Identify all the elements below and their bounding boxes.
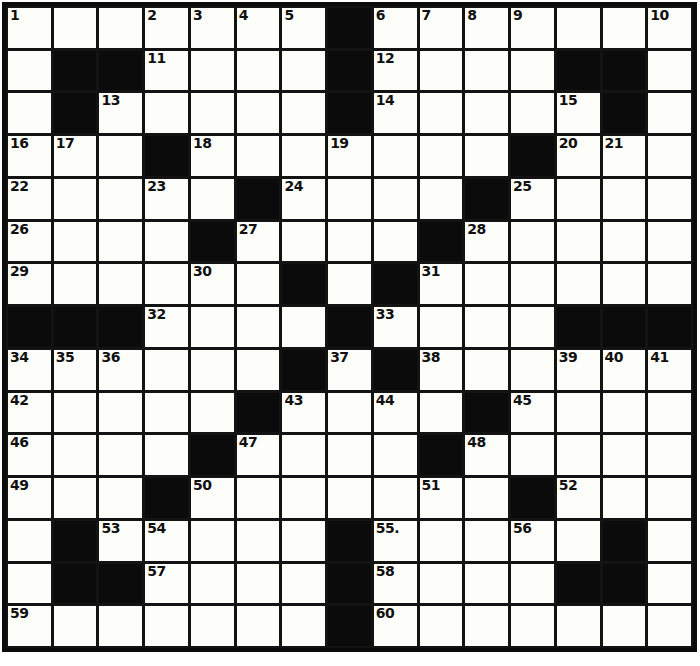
white-cell-r2c1[interactable] bbox=[8, 51, 51, 91]
white-cell-r12c15[interactable] bbox=[648, 478, 691, 518]
white-cell-r10c9[interactable]: 44 bbox=[374, 393, 417, 433]
white-cell-r3c12[interactable] bbox=[511, 93, 554, 133]
clue-number: 56 bbox=[513, 521, 531, 536]
white-cell-r3c3[interactable]: 13 bbox=[99, 93, 142, 133]
white-cell-r13c11[interactable] bbox=[465, 521, 508, 561]
black-cell-r14c14 bbox=[603, 564, 646, 604]
white-cell-r13c13[interactable] bbox=[557, 521, 600, 561]
white-cell-r8c6[interactable] bbox=[237, 307, 280, 347]
black-cell-r12c12 bbox=[511, 478, 554, 518]
white-cell-r10c3[interactable] bbox=[99, 393, 142, 433]
white-cell-r12c14[interactable] bbox=[603, 478, 646, 518]
white-cell-r3c7[interactable] bbox=[282, 93, 325, 133]
white-cell-r13c4[interactable]: 54 bbox=[145, 521, 188, 561]
white-cell-r11c7[interactable] bbox=[282, 435, 325, 475]
clue-number: 29 bbox=[10, 264, 28, 279]
black-cell-r8c2 bbox=[54, 307, 97, 347]
white-cell-r4c2[interactable]: 17 bbox=[54, 136, 97, 176]
white-cell-r12c11[interactable] bbox=[465, 478, 508, 518]
white-cell-r14c10[interactable] bbox=[420, 564, 463, 604]
white-cell-r6c2[interactable] bbox=[54, 222, 97, 262]
clue-number: 52 bbox=[559, 478, 577, 493]
white-cell-r5c12[interactable]: 25 bbox=[511, 179, 554, 219]
white-cell-r13c7[interactable] bbox=[282, 521, 325, 561]
white-cell-r6c13[interactable] bbox=[557, 222, 600, 262]
clue-number: 13 bbox=[101, 93, 119, 108]
white-cell-r7c6[interactable] bbox=[237, 264, 280, 304]
white-cell-r1c2[interactable] bbox=[54, 8, 97, 48]
white-cell-r13c3[interactable]: 53 bbox=[99, 521, 142, 561]
clue-number: 43 bbox=[284, 393, 302, 408]
black-cell-r4c12 bbox=[511, 136, 554, 176]
clue-number: 27 bbox=[239, 222, 257, 237]
white-cell-r9c12[interactable] bbox=[511, 350, 554, 390]
clue-number: 11 bbox=[147, 51, 165, 66]
white-cell-r6c11[interactable]: 28 bbox=[465, 222, 508, 262]
white-cell-r1c10[interactable]: 7 bbox=[420, 8, 463, 48]
crossword-board: 1234567891011121314151617181920212223242… bbox=[2, 2, 697, 652]
white-cell-r1c4[interactable]: 2 bbox=[145, 8, 188, 48]
white-cell-r15c5[interactable] bbox=[191, 606, 234, 646]
clue-number: 26 bbox=[10, 222, 28, 237]
clue-number: 33 bbox=[376, 307, 394, 322]
white-cell-r11c9[interactable] bbox=[374, 435, 417, 475]
clue-number: 31 bbox=[422, 264, 440, 279]
clue-number: 21 bbox=[605, 136, 623, 151]
white-cell-r5c4[interactable]: 23 bbox=[145, 179, 188, 219]
clue-number: 60 bbox=[376, 606, 394, 621]
black-cell-r9c9 bbox=[374, 350, 417, 390]
white-cell-r7c14[interactable] bbox=[603, 264, 646, 304]
white-cell-r6c8[interactable] bbox=[328, 222, 371, 262]
white-cell-r6c15[interactable] bbox=[648, 222, 691, 262]
white-cell-r11c14[interactable] bbox=[603, 435, 646, 475]
black-cell-r8c13 bbox=[557, 307, 600, 347]
white-cell-r10c13[interactable] bbox=[557, 393, 600, 433]
white-cell-r4c8[interactable]: 19 bbox=[328, 136, 371, 176]
white-cell-r1c15[interactable]: 10 bbox=[648, 8, 691, 48]
black-cell-r14c13 bbox=[557, 564, 600, 604]
white-cell-r7c8[interactable] bbox=[328, 264, 371, 304]
clue-number: 17 bbox=[56, 136, 74, 151]
white-cell-r7c10[interactable]: 31 bbox=[420, 264, 463, 304]
black-cell-r10c11 bbox=[465, 393, 508, 433]
white-cell-r5c8[interactable] bbox=[328, 179, 371, 219]
clue-number: 57 bbox=[147, 564, 165, 579]
white-cell-r12c7[interactable] bbox=[282, 478, 325, 518]
white-cell-r6c3[interactable] bbox=[99, 222, 142, 262]
clue-number: 50 bbox=[193, 478, 211, 493]
black-cell-r6c5 bbox=[191, 222, 234, 262]
white-cell-r14c7[interactable] bbox=[282, 564, 325, 604]
white-cell-r15c1[interactable]: 59 bbox=[8, 606, 51, 646]
white-cell-r5c14[interactable] bbox=[603, 179, 646, 219]
white-cell-r9c13[interactable]: 39 bbox=[557, 350, 600, 390]
white-cell-r10c14[interactable] bbox=[603, 393, 646, 433]
white-cell-r2c7[interactable] bbox=[282, 51, 325, 91]
white-cell-r9c6[interactable] bbox=[237, 350, 280, 390]
white-cell-r4c7[interactable] bbox=[282, 136, 325, 176]
black-cell-r3c14 bbox=[603, 93, 646, 133]
white-cell-r15c11[interactable] bbox=[465, 606, 508, 646]
clue-number: 7 bbox=[422, 8, 431, 23]
white-cell-r3c5[interactable] bbox=[191, 93, 234, 133]
white-cell-r8c7[interactable] bbox=[282, 307, 325, 347]
white-cell-r9c2[interactable]: 35 bbox=[54, 350, 97, 390]
white-cell-r13c10[interactable] bbox=[420, 521, 463, 561]
white-cell-r4c5[interactable]: 18 bbox=[191, 136, 234, 176]
white-cell-r12c2[interactable] bbox=[54, 478, 97, 518]
white-cell-r6c7[interactable] bbox=[282, 222, 325, 262]
white-cell-r7c5[interactable]: 30 bbox=[191, 264, 234, 304]
white-cell-r8c4[interactable]: 32 bbox=[145, 307, 188, 347]
white-cell-r11c4[interactable] bbox=[145, 435, 188, 475]
black-cell-r8c15 bbox=[648, 307, 691, 347]
white-cell-r11c11[interactable]: 48 bbox=[465, 435, 508, 475]
white-cell-r4c10[interactable] bbox=[420, 136, 463, 176]
clue-number: 3 bbox=[193, 8, 202, 23]
white-cell-r1c13[interactable] bbox=[557, 8, 600, 48]
white-cell-r7c1[interactable]: 29 bbox=[8, 264, 51, 304]
white-cell-r6c4[interactable] bbox=[145, 222, 188, 262]
white-cell-r13c9[interactable]: 55. bbox=[374, 521, 417, 561]
white-cell-r9c10[interactable]: 38 bbox=[420, 350, 463, 390]
white-cell-r6c14[interactable] bbox=[603, 222, 646, 262]
white-cell-r12c5[interactable]: 50 bbox=[191, 478, 234, 518]
clue-number: 18 bbox=[193, 136, 211, 151]
white-cell-r3c6[interactable] bbox=[237, 93, 280, 133]
black-cell-r14c2 bbox=[54, 564, 97, 604]
black-cell-r7c9 bbox=[374, 264, 417, 304]
white-cell-r5c3[interactable] bbox=[99, 179, 142, 219]
black-cell-r3c8 bbox=[328, 93, 371, 133]
clue-number: 47 bbox=[239, 435, 257, 450]
white-cell-r7c3[interactable] bbox=[99, 264, 142, 304]
white-cell-r7c4[interactable] bbox=[145, 264, 188, 304]
clue-number: 42 bbox=[10, 393, 28, 408]
black-cell-r2c14 bbox=[603, 51, 646, 91]
white-cell-r2c6[interactable] bbox=[237, 51, 280, 91]
clue-number: 45 bbox=[513, 393, 531, 408]
clue-number: 25 bbox=[513, 179, 531, 194]
white-cell-r9c14[interactable]: 40 bbox=[603, 350, 646, 390]
black-cell-r10c6 bbox=[237, 393, 280, 433]
white-cell-r15c9[interactable]: 60 bbox=[374, 606, 417, 646]
white-cell-r11c1[interactable]: 46 bbox=[8, 435, 51, 475]
black-cell-r8c8 bbox=[328, 307, 371, 347]
white-cell-r6c6[interactable]: 27 bbox=[237, 222, 280, 262]
clue-number: 46 bbox=[10, 435, 28, 450]
black-cell-r15c8 bbox=[328, 606, 371, 646]
white-cell-r3c15[interactable] bbox=[648, 93, 691, 133]
black-cell-r13c14 bbox=[603, 521, 646, 561]
black-cell-r2c8 bbox=[328, 51, 371, 91]
white-cell-r3c10[interactable] bbox=[420, 93, 463, 133]
white-cell-r11c2[interactable] bbox=[54, 435, 97, 475]
crossword-page: 1234567891011121314151617181920212223242… bbox=[0, 0, 700, 666]
clue-number: 8 bbox=[467, 8, 476, 23]
white-cell-r4c14[interactable]: 21 bbox=[603, 136, 646, 176]
black-cell-r11c10 bbox=[420, 435, 463, 475]
white-cell-r6c12[interactable] bbox=[511, 222, 554, 262]
white-cell-r1c6[interactable]: 4 bbox=[237, 8, 280, 48]
clue-number: 54 bbox=[147, 521, 165, 536]
clue-number: 35 bbox=[56, 350, 74, 365]
white-cell-r12c3[interactable] bbox=[99, 478, 142, 518]
white-cell-r2c15[interactable] bbox=[648, 51, 691, 91]
white-cell-r1c14[interactable] bbox=[603, 8, 646, 48]
clue-number: 16 bbox=[10, 136, 28, 151]
clue-number: 6 bbox=[376, 8, 385, 23]
clue-number: 4 bbox=[239, 8, 248, 23]
white-cell-r11c8[interactable] bbox=[328, 435, 371, 475]
white-cell-r4c15[interactable] bbox=[648, 136, 691, 176]
white-cell-r9c3[interactable]: 36 bbox=[99, 350, 142, 390]
white-cell-r4c1[interactable]: 16 bbox=[8, 136, 51, 176]
white-cell-r6c1[interactable]: 26 bbox=[8, 222, 51, 262]
white-cell-r15c7[interactable] bbox=[282, 606, 325, 646]
white-cell-r8c9[interactable]: 33 bbox=[374, 307, 417, 347]
white-cell-r9c8[interactable]: 37 bbox=[328, 350, 371, 390]
white-cell-r15c10[interactable] bbox=[420, 606, 463, 646]
clue-number: 19 bbox=[330, 136, 348, 151]
white-cell-r10c4[interactable] bbox=[145, 393, 188, 433]
black-cell-r12c4 bbox=[145, 478, 188, 518]
white-cell-r7c13[interactable] bbox=[557, 264, 600, 304]
white-cell-r1c5[interactable]: 3 bbox=[191, 8, 234, 48]
white-cell-r2c4[interactable]: 11 bbox=[145, 51, 188, 91]
white-cell-r4c3[interactable] bbox=[99, 136, 142, 176]
white-cell-r11c13[interactable] bbox=[557, 435, 600, 475]
clue-number: 12 bbox=[376, 51, 394, 66]
clue-number: 40 bbox=[605, 350, 623, 365]
clue-number: 59 bbox=[10, 606, 28, 621]
clue-number: 48 bbox=[467, 435, 485, 450]
white-cell-r4c11[interactable] bbox=[465, 136, 508, 176]
white-cell-r11c3[interactable] bbox=[99, 435, 142, 475]
white-cell-r11c12[interactable] bbox=[511, 435, 554, 475]
white-cell-r1c12[interactable]: 9 bbox=[511, 8, 554, 48]
clue-number: 28 bbox=[467, 222, 485, 237]
white-cell-r4c6[interactable] bbox=[237, 136, 280, 176]
black-cell-r4c4 bbox=[145, 136, 188, 176]
black-cell-r14c3 bbox=[99, 564, 142, 604]
white-cell-r10c1[interactable]: 42 bbox=[8, 393, 51, 433]
white-cell-r15c12[interactable] bbox=[511, 606, 554, 646]
clue-number: 44 bbox=[376, 393, 394, 408]
black-cell-r5c11 bbox=[465, 179, 508, 219]
white-cell-r5c5[interactable] bbox=[191, 179, 234, 219]
white-cell-r13c12[interactable]: 56 bbox=[511, 521, 554, 561]
clue-number: 9 bbox=[513, 8, 522, 23]
white-cell-r12c9[interactable] bbox=[374, 478, 417, 518]
white-cell-r5c7[interactable]: 24 bbox=[282, 179, 325, 219]
clue-number: 24 bbox=[284, 179, 302, 194]
white-cell-r2c10[interactable] bbox=[420, 51, 463, 91]
white-cell-r10c2[interactable] bbox=[54, 393, 97, 433]
white-cell-r9c4[interactable] bbox=[145, 350, 188, 390]
white-cell-r12c10[interactable]: 51 bbox=[420, 478, 463, 518]
clue-number: 14 bbox=[376, 93, 394, 108]
white-cell-r15c13[interactable] bbox=[557, 606, 600, 646]
clue-number: 55. bbox=[376, 521, 399, 536]
black-cell-r2c2 bbox=[54, 51, 97, 91]
clue-number: 34 bbox=[10, 350, 28, 365]
clue-number: 5 bbox=[284, 8, 293, 23]
white-cell-r14c6[interactable] bbox=[237, 564, 280, 604]
white-cell-r3c1[interactable] bbox=[8, 93, 51, 133]
black-cell-r2c13 bbox=[557, 51, 600, 91]
white-cell-r1c9[interactable]: 6 bbox=[374, 8, 417, 48]
white-cell-r3c13[interactable]: 15 bbox=[557, 93, 600, 133]
clue-number: 49 bbox=[10, 478, 28, 493]
white-cell-r3c11[interactable] bbox=[465, 93, 508, 133]
white-cell-r10c8[interactable] bbox=[328, 393, 371, 433]
white-cell-r6c9[interactable] bbox=[374, 222, 417, 262]
white-cell-r5c9[interactable] bbox=[374, 179, 417, 219]
white-cell-r10c12[interactable]: 45 bbox=[511, 393, 554, 433]
white-cell-r5c13[interactable] bbox=[557, 179, 600, 219]
white-cell-r9c15[interactable]: 41 bbox=[648, 350, 691, 390]
clue-number: 23 bbox=[147, 179, 165, 194]
white-cell-r12c1[interactable]: 49 bbox=[8, 478, 51, 518]
white-cell-r3c4[interactable] bbox=[145, 93, 188, 133]
white-cell-r9c5[interactable] bbox=[191, 350, 234, 390]
white-cell-r15c15[interactable] bbox=[648, 606, 691, 646]
white-cell-r8c10[interactable] bbox=[420, 307, 463, 347]
white-cell-r4c9[interactable] bbox=[374, 136, 417, 176]
white-cell-r12c13[interactable]: 52 bbox=[557, 478, 600, 518]
clue-number: 20 bbox=[559, 136, 577, 151]
black-cell-r13c8 bbox=[328, 521, 371, 561]
white-cell-r2c9[interactable]: 12 bbox=[374, 51, 417, 91]
black-cell-r1c8 bbox=[328, 8, 371, 48]
black-cell-r8c3 bbox=[99, 307, 142, 347]
white-cell-r10c5[interactable] bbox=[191, 393, 234, 433]
white-cell-r7c15[interactable] bbox=[648, 264, 691, 304]
white-cell-r1c1[interactable]: 1 bbox=[8, 8, 51, 48]
white-cell-r15c2[interactable] bbox=[54, 606, 97, 646]
white-cell-r9c1[interactable]: 34 bbox=[8, 350, 51, 390]
white-cell-r8c5[interactable] bbox=[191, 307, 234, 347]
black-cell-r8c1 bbox=[8, 307, 51, 347]
white-cell-r14c12[interactable] bbox=[511, 564, 554, 604]
white-cell-r5c1[interactable]: 22 bbox=[8, 179, 51, 219]
white-cell-r8c12[interactable] bbox=[511, 307, 554, 347]
white-cell-r1c3[interactable] bbox=[99, 8, 142, 48]
white-cell-r14c4[interactable]: 57 bbox=[145, 564, 188, 604]
white-cell-r7c11[interactable] bbox=[465, 264, 508, 304]
clue-number: 2 bbox=[147, 8, 156, 23]
white-cell-r14c9[interactable]: 58 bbox=[374, 564, 417, 604]
white-cell-r5c2[interactable] bbox=[54, 179, 97, 219]
clue-number: 51 bbox=[422, 478, 440, 493]
white-cell-r1c7[interactable]: 5 bbox=[282, 8, 325, 48]
clue-number: 15 bbox=[559, 93, 577, 108]
black-cell-r7c7 bbox=[282, 264, 325, 304]
white-cell-r15c4[interactable] bbox=[145, 606, 188, 646]
white-cell-r12c8[interactable] bbox=[328, 478, 371, 518]
white-cell-r5c15[interactable] bbox=[648, 179, 691, 219]
white-cell-r5c10[interactable] bbox=[420, 179, 463, 219]
white-cell-r1c11[interactable]: 8 bbox=[465, 8, 508, 48]
black-cell-r9c7 bbox=[282, 350, 325, 390]
white-cell-r13c6[interactable] bbox=[237, 521, 280, 561]
white-cell-r4c13[interactable]: 20 bbox=[557, 136, 600, 176]
white-cell-r7c2[interactable] bbox=[54, 264, 97, 304]
white-cell-r15c6[interactable] bbox=[237, 606, 280, 646]
clue-number: 41 bbox=[650, 350, 668, 365]
clue-number: 37 bbox=[330, 350, 348, 365]
black-cell-r5c6 bbox=[237, 179, 280, 219]
white-cell-r2c12[interactable] bbox=[511, 51, 554, 91]
clue-number: 32 bbox=[147, 307, 165, 322]
white-cell-r11c15[interactable] bbox=[648, 435, 691, 475]
black-cell-r6c10 bbox=[420, 222, 463, 262]
white-cell-r10c10[interactable] bbox=[420, 393, 463, 433]
black-cell-r13c2 bbox=[54, 521, 97, 561]
black-cell-r11c5 bbox=[191, 435, 234, 475]
white-cell-r11c6[interactable]: 47 bbox=[237, 435, 280, 475]
clue-number: 1 bbox=[10, 8, 19, 23]
white-cell-r3c9[interactable]: 14 bbox=[374, 93, 417, 133]
white-cell-r2c11[interactable] bbox=[465, 51, 508, 91]
white-cell-r13c1[interactable] bbox=[8, 521, 51, 561]
white-cell-r9c11[interactable] bbox=[465, 350, 508, 390]
white-cell-r15c3[interactable] bbox=[99, 606, 142, 646]
clue-number: 30 bbox=[193, 264, 211, 279]
white-cell-r14c5[interactable] bbox=[191, 564, 234, 604]
clue-number: 10 bbox=[650, 8, 668, 23]
white-cell-r14c11[interactable] bbox=[465, 564, 508, 604]
white-cell-r7c12[interactable] bbox=[511, 264, 554, 304]
white-cell-r14c15[interactable] bbox=[648, 564, 691, 604]
black-cell-r8c14 bbox=[603, 307, 646, 347]
clue-number: 22 bbox=[10, 179, 28, 194]
clue-number: 36 bbox=[101, 350, 119, 365]
clue-number: 38 bbox=[422, 350, 440, 365]
white-cell-r15c14[interactable] bbox=[603, 606, 646, 646]
black-cell-r14c8 bbox=[328, 564, 371, 604]
black-cell-r3c2 bbox=[54, 93, 97, 133]
white-cell-r13c15[interactable] bbox=[648, 521, 691, 561]
white-cell-r14c1[interactable] bbox=[8, 564, 51, 604]
black-cell-r2c3 bbox=[99, 51, 142, 91]
clue-number: 53 bbox=[101, 521, 119, 536]
white-cell-r10c7[interactable]: 43 bbox=[282, 393, 325, 433]
white-cell-r12c6[interactable] bbox=[237, 478, 280, 518]
white-cell-r10c15[interactable] bbox=[648, 393, 691, 433]
clue-number: 58 bbox=[376, 564, 394, 579]
white-cell-r13c5[interactable] bbox=[191, 521, 234, 561]
white-cell-r2c5[interactable] bbox=[191, 51, 234, 91]
white-cell-r8c11[interactable] bbox=[465, 307, 508, 347]
clue-number: 39 bbox=[559, 350, 577, 365]
